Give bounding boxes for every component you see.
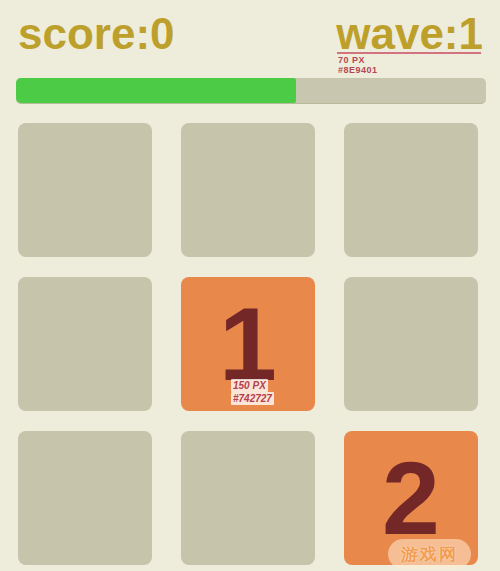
wave-annotation: 70 PX #8E9401	[338, 55, 378, 75]
wave-annotation-size: 70 PX	[338, 55, 378, 65]
progress-fill	[16, 78, 296, 103]
empty-cell	[181, 123, 315, 257]
board[interactable]: 12	[18, 123, 478, 565]
empty-cell	[18, 431, 152, 565]
tile-digit: 1	[219, 292, 277, 396]
game-screen: score:0 wave:1 70 PX #8E9401 12 150 PX #…	[0, 0, 500, 571]
empty-cell	[344, 277, 478, 411]
wave-progress-bar	[16, 78, 486, 104]
wave-annotation-color: #8E9401	[338, 65, 378, 75]
wave-annotation-underline	[337, 52, 481, 54]
empty-cell	[181, 431, 315, 565]
tile-digit: 2	[382, 446, 440, 550]
watermark: 游戏网	[388, 539, 471, 569]
empty-cell	[344, 123, 478, 257]
empty-cell	[18, 277, 152, 411]
score-label: score:0	[18, 10, 175, 58]
tile-1: 1	[181, 277, 315, 411]
empty-cell	[18, 123, 152, 257]
